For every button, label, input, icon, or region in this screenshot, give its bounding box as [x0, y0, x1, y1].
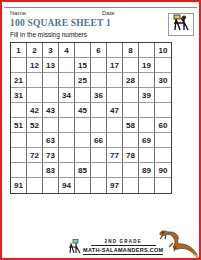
grid-cell-empty[interactable] — [43, 178, 59, 193]
grid-cell-given: 51 — [11, 118, 27, 133]
grid-cell-empty[interactable] — [91, 103, 107, 118]
grid-cell-empty[interactable] — [59, 73, 75, 88]
grid-cell-empty[interactable] — [91, 118, 107, 133]
grid-cell-given: 60 — [155, 118, 171, 133]
footer-grade-text: 2ND GRADE — [91, 239, 156, 246]
grid-cell-empty[interactable] — [123, 58, 139, 73]
grid-cell-given: 72 — [27, 148, 43, 163]
grid-cell-empty[interactable] — [107, 133, 123, 148]
grid-cell-empty[interactable] — [107, 88, 123, 103]
grid-cell-empty[interactable] — [75, 88, 91, 103]
grid-cell-empty[interactable] — [27, 163, 43, 178]
name-label: Name — [10, 10, 26, 16]
grid-cell-empty[interactable] — [155, 133, 171, 148]
grid-cell-given: 83 — [43, 163, 59, 178]
grid-cell-empty[interactable] — [91, 58, 107, 73]
grid-cell-empty[interactable] — [59, 163, 75, 178]
grid-cell-empty[interactable] — [11, 103, 27, 118]
footer-salamander-logo-icon — [68, 239, 81, 258]
date-label: Date — [102, 10, 115, 16]
grid-cell-empty[interactable] — [11, 58, 27, 73]
grid-cell-empty[interactable] — [91, 163, 107, 178]
grid-cell-given: 25 — [75, 73, 91, 88]
hundred-square-grid: 1234681012131517192125283031343639424345… — [10, 42, 172, 194]
grid-cell-given: 42 — [27, 103, 43, 118]
math-salamanders-logo — [168, 13, 194, 36]
grid-cell-empty[interactable] — [75, 133, 91, 148]
grid-cell-given: 78 — [123, 148, 139, 163]
grid-cell-empty[interactable] — [91, 178, 107, 193]
grid-cell-given: 47 — [107, 103, 123, 118]
grid-cell-given: 85 — [75, 163, 91, 178]
grid-cell-empty[interactable] — [155, 58, 171, 73]
grid-cell-given: 36 — [91, 88, 107, 103]
grid-cell-empty[interactable] — [123, 178, 139, 193]
grid-cell-empty[interactable] — [139, 118, 155, 133]
grid-cell-given: 90 — [155, 163, 171, 178]
grid-cell-given: 69 — [139, 133, 155, 148]
grid-cell-given: 2 — [27, 43, 43, 58]
grid-cell-empty[interactable] — [11, 148, 27, 163]
grid-cell-empty[interactable] — [27, 178, 43, 193]
grid-cell-given: 19 — [139, 58, 155, 73]
grid-cell-empty[interactable] — [59, 133, 75, 148]
footer-branding: 2ND GRADE MATH-SALAMANDERS.COM — [68, 239, 163, 258]
grid-cell-empty[interactable] — [123, 103, 139, 118]
grid-cell-given: 89 — [139, 163, 155, 178]
grid-cell-empty[interactable] — [139, 43, 155, 58]
grid-cell-empty[interactable] — [75, 148, 91, 163]
grid-cell-empty[interactable] — [59, 58, 75, 73]
grid-cell-given: 31 — [11, 88, 27, 103]
grid-cell-empty[interactable] — [139, 178, 155, 193]
grid-cell-empty[interactable] — [75, 118, 91, 133]
grid-cell-given: 3 — [43, 43, 59, 58]
grid-cell-empty[interactable] — [155, 178, 171, 193]
grid-cell-given: 6 — [91, 43, 107, 58]
page-top-rule — [4, 7, 197, 8]
grid-cell-given: 17 — [107, 58, 123, 73]
grid-cell-given: 13 — [43, 58, 59, 73]
grid-cell-empty[interactable] — [59, 103, 75, 118]
salamander-mascot-image — [154, 226, 200, 260]
grid-cell-empty[interactable] — [75, 43, 91, 58]
grid-cell-given: 63 — [43, 133, 59, 148]
grid-cell-given: 8 — [123, 43, 139, 58]
grid-cell-empty[interactable] — [107, 118, 123, 133]
page-title: 100 SQUARE SHEET 1 — [10, 18, 111, 28]
grid-cell-empty[interactable] — [91, 148, 107, 163]
grid-cell-given: 43 — [43, 103, 59, 118]
grid-cell-given: 52 — [27, 118, 43, 133]
grid-cell-given: 30 — [155, 73, 171, 88]
grid-cell-empty[interactable] — [43, 88, 59, 103]
grid-cell-empty[interactable] — [91, 73, 107, 88]
grid-cell-given: 21 — [11, 73, 27, 88]
grid-cell-given: 58 — [123, 118, 139, 133]
grid-cell-empty[interactable] — [155, 148, 171, 163]
grid-cell-empty[interactable] — [43, 118, 59, 133]
grid-cell-empty[interactable] — [27, 88, 43, 103]
grid-cell-empty[interactable] — [27, 133, 43, 148]
grid-cell-given: 39 — [139, 88, 155, 103]
grid-cell-empty[interactable] — [11, 163, 27, 178]
grid-cell-empty[interactable] — [139, 73, 155, 88]
grid-cell-empty[interactable] — [123, 133, 139, 148]
instruction-text: Fill in the missing numbers — [10, 31, 87, 38]
grid-cell-empty[interactable] — [123, 163, 139, 178]
grid-cell-given: 45 — [75, 103, 91, 118]
grid-cell-empty[interactable] — [107, 163, 123, 178]
grid-cell-empty[interactable] — [27, 73, 43, 88]
grid-cell-empty[interactable] — [75, 178, 91, 193]
grid-cell-given: 97 — [107, 178, 123, 193]
grid-cell-given: 91 — [11, 178, 27, 193]
grid-cell-empty[interactable] — [11, 133, 27, 148]
grid-cell-empty[interactable] — [59, 148, 75, 163]
grid-cell-given: 4 — [59, 43, 75, 58]
grid-cell-given: 77 — [107, 148, 123, 163]
grid-cell-empty[interactable] — [107, 73, 123, 88]
grid-cell-empty[interactable] — [43, 73, 59, 88]
grid-cell-given: 66 — [91, 133, 107, 148]
grid-cell-given: 10 — [155, 43, 171, 58]
grid-cell-given: 15 — [75, 58, 91, 73]
grid-cell-given: 34 — [59, 88, 75, 103]
grid-cell-given: 73 — [43, 148, 59, 163]
footer-site-link[interactable]: MATH-SALAMANDERS.COM — [83, 246, 163, 255]
grid-cell-given: 94 — [59, 178, 75, 193]
grid-cell-empty[interactable] — [59, 118, 75, 133]
grid-cell-given: 12 — [27, 58, 43, 73]
grid-cell-given: 1 — [11, 43, 27, 58]
worksheet-page: Name Date 100 SQUARE SHEET 1 Fill in the… — [0, 0, 201, 260]
grid-cell-empty[interactable] — [155, 88, 171, 103]
grid-cell-empty[interactable] — [123, 88, 139, 103]
grid-cell-empty[interactable] — [107, 43, 123, 58]
salamander-logo-icon — [171, 14, 191, 36]
grid-cell-given: 28 — [123, 73, 139, 88]
grid-cell-empty[interactable] — [139, 103, 155, 118]
grid-cell-empty[interactable] — [139, 148, 155, 163]
grid-cell-empty[interactable] — [155, 103, 171, 118]
